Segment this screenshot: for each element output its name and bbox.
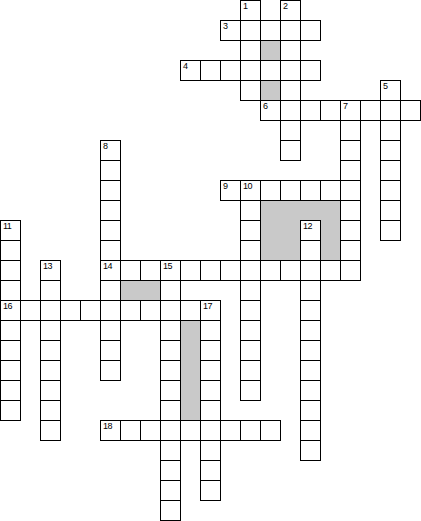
cell[interactable] xyxy=(280,80,301,101)
cell[interactable] xyxy=(280,20,301,41)
cell[interactable] xyxy=(160,280,181,301)
cell[interactable] xyxy=(300,420,321,441)
cell[interactable] xyxy=(140,300,161,321)
cell[interactable] xyxy=(180,420,201,441)
cell[interactable] xyxy=(300,440,321,461)
clue-number: 14 xyxy=(103,262,112,271)
cell[interactable] xyxy=(100,280,121,301)
cell[interactable] xyxy=(240,60,261,81)
cell[interactable] xyxy=(160,440,181,461)
cell[interactable]: 2 xyxy=(280,0,301,21)
cell[interactable] xyxy=(240,200,261,221)
cell[interactable] xyxy=(240,40,261,61)
cell[interactable] xyxy=(200,400,221,421)
cell[interactable] xyxy=(280,260,301,281)
cell[interactable] xyxy=(100,240,121,261)
cell[interactable] xyxy=(120,300,141,321)
shaded-cell xyxy=(260,220,281,241)
cell[interactable] xyxy=(120,260,141,281)
cell[interactable] xyxy=(160,480,181,501)
cell[interactable] xyxy=(360,100,381,121)
clue-number: 4 xyxy=(183,62,188,71)
cell[interactable] xyxy=(80,300,101,321)
clue-number: 6 xyxy=(263,102,268,111)
cell[interactable] xyxy=(300,300,321,321)
cell[interactable] xyxy=(340,180,361,201)
cell[interactable] xyxy=(40,340,61,361)
cell[interactable] xyxy=(240,280,261,301)
cell[interactable] xyxy=(160,500,181,521)
cell[interactable] xyxy=(0,240,21,261)
cell[interactable] xyxy=(100,300,121,321)
cell[interactable] xyxy=(220,260,241,281)
cell[interactable] xyxy=(340,120,361,141)
shaded-cell xyxy=(280,240,301,261)
shaded-cell xyxy=(180,380,201,401)
cell[interactable] xyxy=(240,20,261,41)
cell[interactable] xyxy=(40,360,61,381)
cell[interactable]: 13 xyxy=(40,260,61,281)
clue-number: 1 xyxy=(243,2,248,11)
cell[interactable] xyxy=(100,200,121,221)
cell[interactable] xyxy=(20,300,41,321)
cell[interactable] xyxy=(120,420,141,441)
cell[interactable] xyxy=(100,320,121,341)
cell[interactable]: 17 xyxy=(200,300,221,321)
cell[interactable] xyxy=(180,300,201,321)
cell[interactable] xyxy=(200,320,221,341)
cell[interactable] xyxy=(0,260,21,281)
cell[interactable] xyxy=(320,100,341,121)
clue-number: 12 xyxy=(303,222,312,231)
cell[interactable] xyxy=(200,420,221,441)
cell[interactable] xyxy=(320,260,341,281)
cell[interactable]: 12 xyxy=(300,220,321,241)
cell[interactable]: 18 xyxy=(100,420,121,441)
cell[interactable] xyxy=(260,20,281,41)
cell[interactable]: 16 xyxy=(0,300,21,321)
cell[interactable] xyxy=(240,380,261,401)
clue-number: 9 xyxy=(223,182,228,191)
cell[interactable] xyxy=(240,420,261,441)
cell[interactable]: 14 xyxy=(100,260,121,281)
cell[interactable] xyxy=(220,420,241,441)
cell[interactable] xyxy=(320,180,341,201)
cell[interactable] xyxy=(340,140,361,161)
shaded-cell xyxy=(320,240,341,261)
cell[interactable]: 10 xyxy=(240,180,261,201)
cell[interactable] xyxy=(200,360,221,381)
clue-number: 18 xyxy=(103,422,112,431)
cell[interactable] xyxy=(100,180,121,201)
cell[interactable] xyxy=(0,380,21,401)
cell[interactable] xyxy=(300,60,321,81)
cell[interactable] xyxy=(300,20,321,41)
cell[interactable] xyxy=(280,180,301,201)
cell[interactable] xyxy=(240,80,261,101)
cell[interactable] xyxy=(200,460,221,481)
cell[interactable] xyxy=(240,340,261,361)
shaded-cell xyxy=(300,200,321,221)
clue-number: 2 xyxy=(283,2,288,11)
cell[interactable] xyxy=(200,380,221,401)
shaded-cell xyxy=(180,320,201,341)
cell[interactable] xyxy=(200,440,221,461)
crossword-board: 123456789101112131415161718 xyxy=(0,0,421,521)
cell[interactable] xyxy=(0,360,21,381)
shaded-cell xyxy=(120,280,141,301)
cell[interactable]: 1 xyxy=(240,0,261,21)
shaded-cell xyxy=(180,400,201,421)
clue-number: 8 xyxy=(103,142,108,151)
cell[interactable] xyxy=(100,340,121,361)
cell[interactable] xyxy=(40,300,61,321)
cell[interactable] xyxy=(340,240,361,261)
cell[interactable] xyxy=(340,160,361,181)
shaded-cell xyxy=(260,80,281,101)
cell[interactable] xyxy=(300,240,321,261)
cell[interactable] xyxy=(0,320,21,341)
cell[interactable] xyxy=(340,200,361,221)
cell[interactable] xyxy=(160,380,181,401)
cell[interactable] xyxy=(100,360,121,381)
cell[interactable] xyxy=(40,400,61,421)
cell[interactable] xyxy=(300,180,321,201)
cell[interactable] xyxy=(200,480,221,501)
cell[interactable] xyxy=(380,200,401,221)
cell[interactable]: 6 xyxy=(260,100,281,121)
cell[interactable]: 5 xyxy=(380,80,401,101)
clue-number: 17 xyxy=(203,302,212,311)
cell[interactable] xyxy=(300,340,321,361)
clue-number: 16 xyxy=(3,302,12,311)
cell[interactable] xyxy=(240,220,261,241)
cell[interactable] xyxy=(0,400,21,421)
shaded-cell xyxy=(280,200,301,221)
cell[interactable] xyxy=(40,420,61,441)
shaded-cell xyxy=(180,340,201,361)
shaded-cell xyxy=(320,220,341,241)
cell[interactable] xyxy=(280,140,301,161)
cell[interactable] xyxy=(240,300,261,321)
cell[interactable] xyxy=(260,60,281,81)
cell[interactable] xyxy=(160,460,181,481)
shaded-cell xyxy=(260,40,281,61)
cell[interactable]: 9 xyxy=(220,180,241,201)
cell[interactable] xyxy=(300,280,321,301)
cell[interactable] xyxy=(60,300,81,321)
cell[interactable] xyxy=(100,220,121,241)
cell[interactable]: 8 xyxy=(100,140,121,161)
cell[interactable] xyxy=(160,320,181,341)
clue-number: 5 xyxy=(383,82,388,91)
cell[interactable] xyxy=(340,220,361,241)
cell[interactable] xyxy=(40,320,61,341)
cell[interactable] xyxy=(160,300,181,321)
cell[interactable] xyxy=(160,420,181,441)
cell[interactable]: 4 xyxy=(180,60,201,81)
cell[interactable] xyxy=(240,260,261,281)
cell[interactable] xyxy=(240,240,261,261)
cell[interactable] xyxy=(280,100,301,121)
clue-number: 13 xyxy=(43,262,52,271)
shaded-cell xyxy=(280,220,301,241)
cell[interactable] xyxy=(200,260,221,281)
shaded-cell xyxy=(260,200,281,221)
clue-number: 7 xyxy=(343,102,348,111)
shaded-cell xyxy=(320,200,341,221)
cell[interactable] xyxy=(280,120,301,141)
cell[interactable] xyxy=(40,280,61,301)
cell[interactable]: 7 xyxy=(340,100,361,121)
shaded-cell xyxy=(260,240,281,261)
cell[interactable] xyxy=(220,60,241,81)
shaded-cell xyxy=(180,360,201,381)
cell[interactable] xyxy=(0,340,21,361)
cell[interactable] xyxy=(380,120,401,141)
cell[interactable] xyxy=(160,360,181,381)
cell[interactable] xyxy=(300,380,321,401)
cell[interactable] xyxy=(200,60,221,81)
cell[interactable] xyxy=(380,160,401,181)
cell[interactable] xyxy=(400,100,421,121)
cell[interactable] xyxy=(280,40,301,61)
clue-number: 15 xyxy=(163,262,172,271)
cell[interactable]: 15 xyxy=(160,260,181,281)
cell[interactable] xyxy=(100,160,121,181)
cell[interactable] xyxy=(160,400,181,421)
clue-number: 3 xyxy=(223,22,228,31)
cell[interactable] xyxy=(340,260,361,281)
cell[interactable] xyxy=(40,380,61,401)
clue-number: 10 xyxy=(243,182,252,191)
cell[interactable] xyxy=(300,100,321,121)
cell[interactable] xyxy=(180,260,201,281)
shaded-cell xyxy=(140,280,161,301)
cell[interactable] xyxy=(380,180,401,201)
cell[interactable] xyxy=(260,260,281,281)
cell[interactable] xyxy=(140,420,161,441)
cell[interactable] xyxy=(260,180,281,201)
cell[interactable] xyxy=(300,260,321,281)
cell[interactable] xyxy=(280,60,301,81)
cell[interactable] xyxy=(300,320,321,341)
cell[interactable] xyxy=(200,340,221,361)
cell[interactable] xyxy=(0,280,21,301)
cell[interactable]: 11 xyxy=(0,220,21,241)
cell[interactable] xyxy=(380,220,401,241)
cell[interactable] xyxy=(140,260,161,281)
cell[interactable] xyxy=(260,420,281,441)
cell[interactable] xyxy=(380,100,401,121)
cell[interactable] xyxy=(300,400,321,421)
cell[interactable] xyxy=(300,360,321,381)
cell[interactable] xyxy=(240,360,261,381)
cell[interactable] xyxy=(240,320,261,341)
cell[interactable] xyxy=(160,340,181,361)
clue-number: 11 xyxy=(3,222,11,231)
cell[interactable] xyxy=(380,140,401,161)
cell[interactable]: 3 xyxy=(220,20,241,41)
